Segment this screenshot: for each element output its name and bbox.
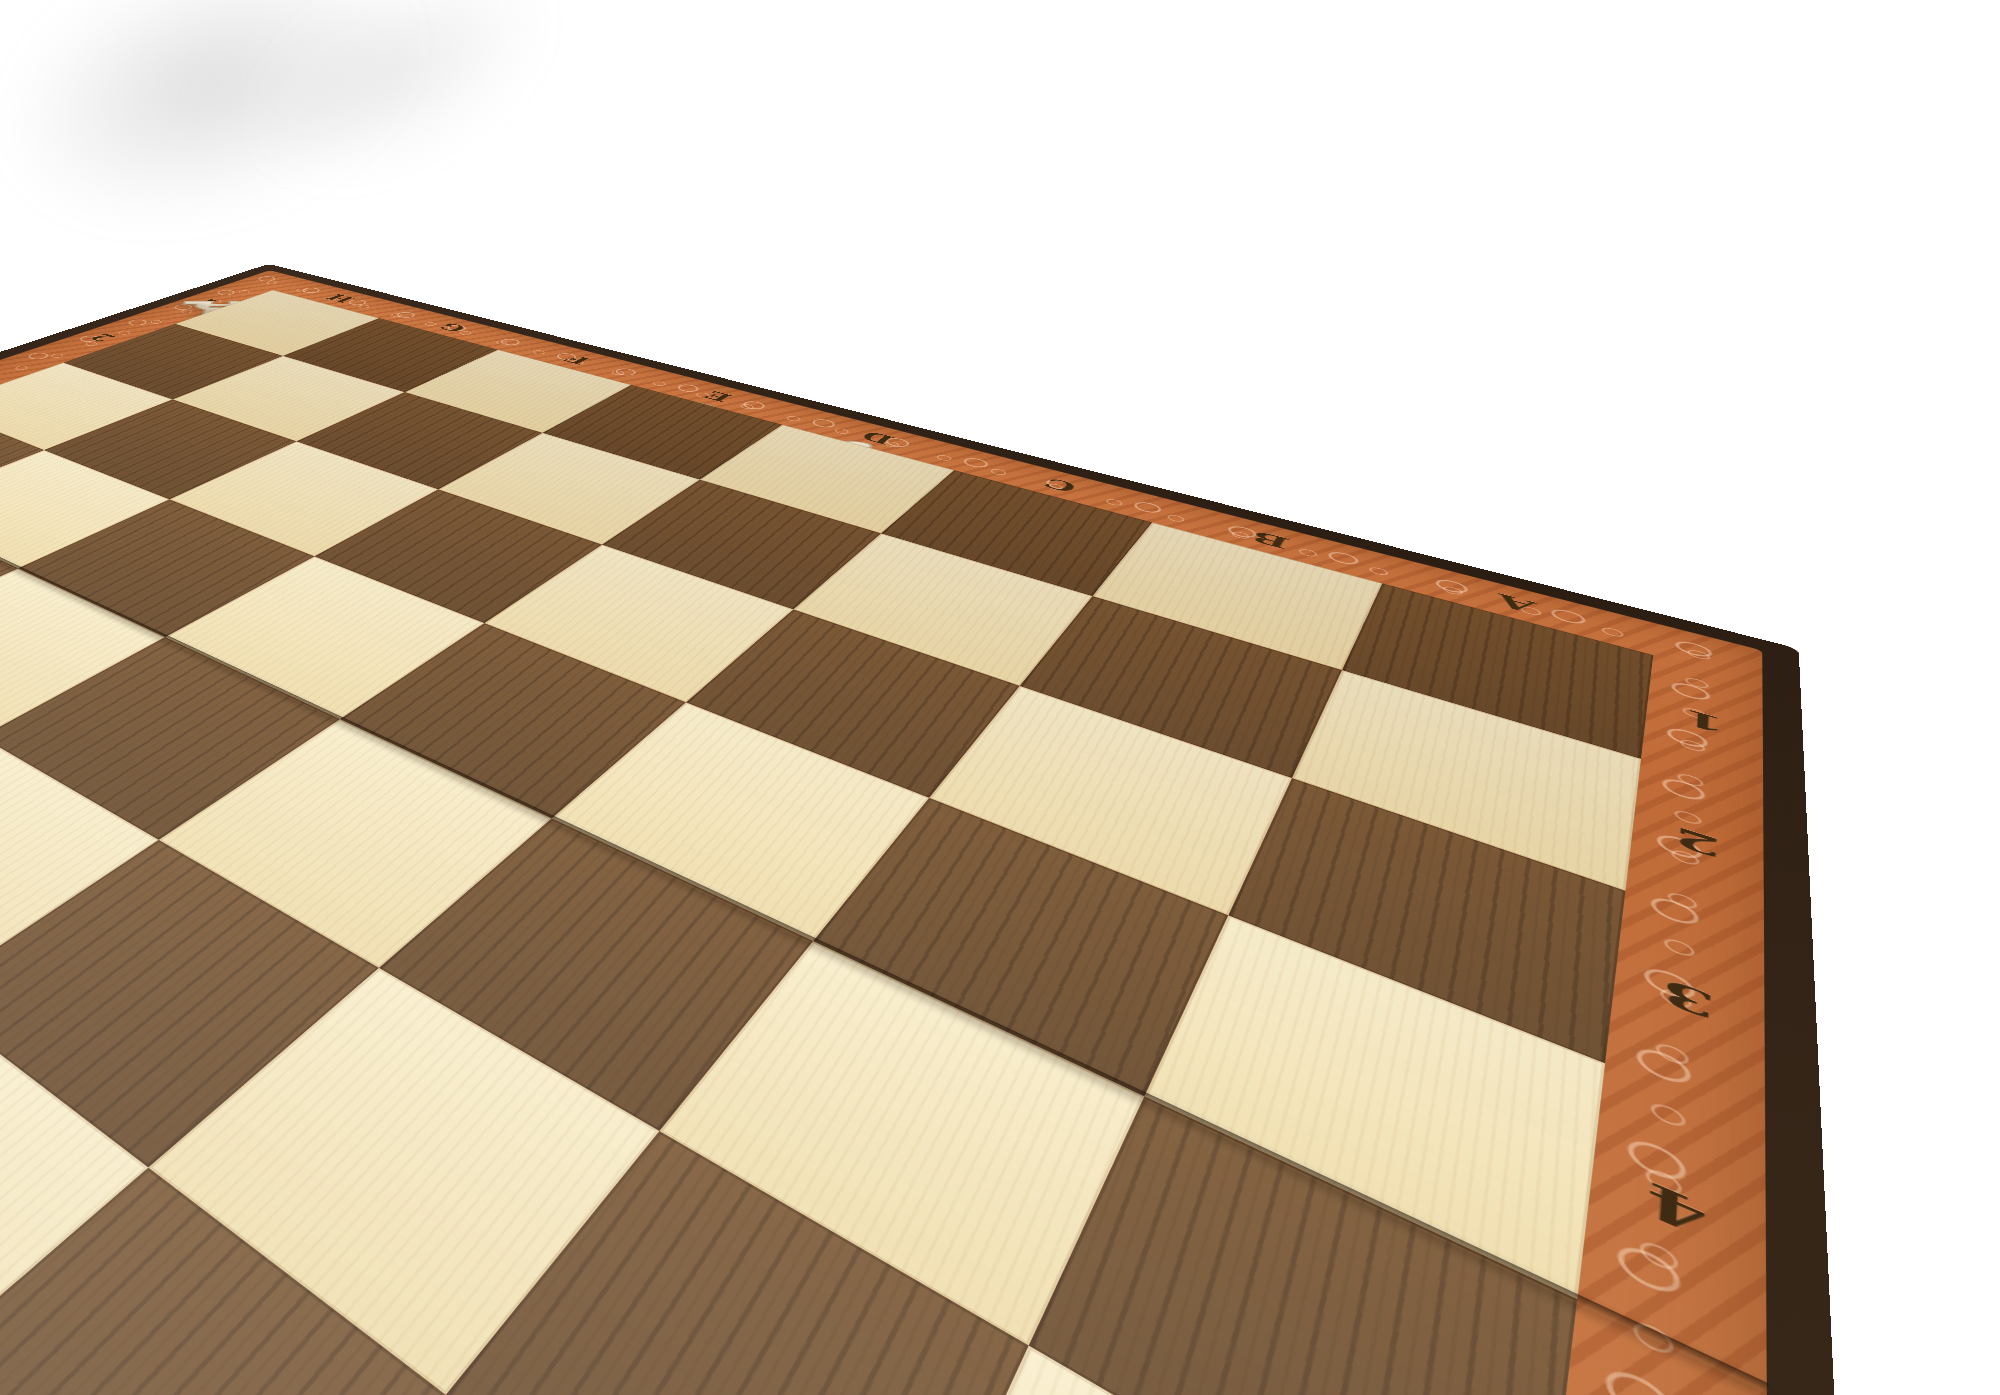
photo-background: HHGGFFEEDDCCBBAA1122334455667788 ♜♞♝♚♛♝♞…: [0, 0, 2000, 1395]
white-pawn-glyph: ♟: [818, 627, 1459, 711]
chess-board: HHGGFFEEDDCCBBAA1122334455667788 ♜♞♝♚♛♝♞…: [0, 264, 2000, 1395]
background-shadow: [163, 0, 637, 270]
